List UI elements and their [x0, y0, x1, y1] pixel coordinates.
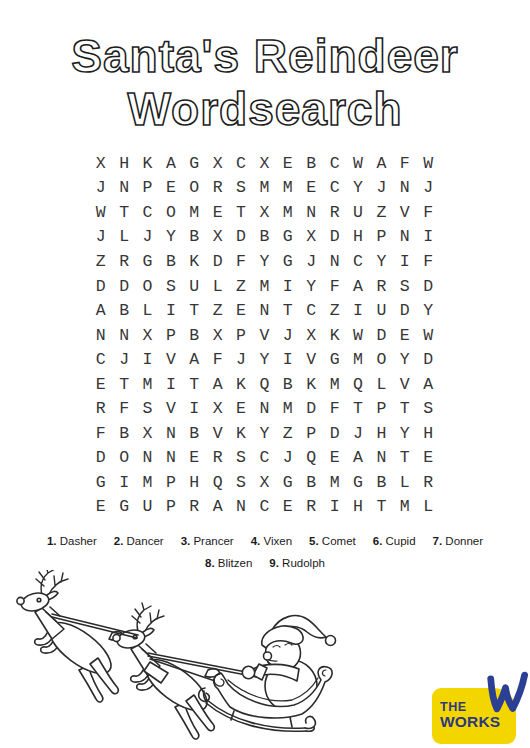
grid-cell[interactable]: K: [229, 421, 252, 446]
grid-cell[interactable]: C: [323, 151, 346, 176]
grid-cell[interactable]: W: [416, 151, 439, 176]
grid-cell[interactable]: Y: [393, 347, 416, 372]
grid-cell[interactable]: Y: [416, 298, 439, 323]
logo-text-the: THE: [440, 701, 467, 713]
grid-cell[interactable]: I: [393, 249, 416, 274]
grid-cell[interactable]: T: [183, 372, 206, 397]
grid-cell[interactable]: N: [112, 176, 135, 201]
grid-cell[interactable]: N: [253, 396, 276, 421]
grid-cell[interactable]: L: [206, 274, 229, 299]
grid-cell[interactable]: X: [300, 323, 323, 348]
word-list-line-1: 1. Dasher2. Dancer3. Prancer4. Vixen5. C…: [0, 535, 530, 547]
grid-cell[interactable]: S: [229, 446, 252, 471]
worksheet-page: Santa's Reindeer Wordsearch XHKAGXCXEBCW…: [0, 0, 530, 748]
grid-cell[interactable]: G: [276, 225, 299, 250]
logo-w-mark-icon: [482, 666, 530, 720]
grid-cell[interactable]: R: [416, 470, 439, 495]
grid-cell[interactable]: N: [393, 176, 416, 201]
grid-cell[interactable]: J: [276, 446, 299, 471]
grid-cell[interactable]: J: [416, 176, 439, 201]
grid-cell[interactable]: X: [253, 151, 276, 176]
grid-cell[interactable]: X: [206, 396, 229, 421]
grid-cell[interactable]: E: [183, 446, 206, 471]
word-list-line-2: 8. Blitzen9. Rudolph: [0, 557, 530, 569]
grid-cell[interactable]: S: [136, 396, 159, 421]
grid-cell[interactable]: B: [183, 323, 206, 348]
grid-cell[interactable]: V: [206, 421, 229, 446]
grid-cell[interactable]: J: [89, 176, 112, 201]
grid-cell[interactable]: B: [159, 249, 182, 274]
grid-cell[interactable]: V: [393, 200, 416, 225]
grid-cell[interactable]: Z: [229, 274, 252, 299]
grid-cell[interactable]: A: [370, 151, 393, 176]
grid-cell[interactable]: B: [183, 421, 206, 446]
grid-cell[interactable]: H: [416, 421, 439, 446]
word-entry: 7. Donner: [433, 535, 484, 547]
grid-cell[interactable]: I: [136, 347, 159, 372]
grid-cell[interactable]: H: [183, 470, 206, 495]
grid-cell[interactable]: A: [206, 495, 229, 520]
grid-cell[interactable]: H: [112, 151, 135, 176]
grid-cell[interactable]: N: [89, 323, 112, 348]
grid-cell[interactable]: R: [323, 200, 346, 225]
grid-cell[interactable]: D: [89, 446, 112, 471]
grid-cell[interactable]: U: [136, 495, 159, 520]
grid-cell[interactable]: Y: [253, 421, 276, 446]
grid-cell[interactable]: X: [300, 225, 323, 250]
grid-cell[interactable]: S: [229, 176, 252, 201]
grid-cell[interactable]: G: [183, 151, 206, 176]
grid-cell[interactable]: V: [300, 347, 323, 372]
grid-cell[interactable]: R: [300, 495, 323, 520]
grid-cell[interactable]: N: [393, 225, 416, 250]
page-title-line-1: Santa's Reindeer: [0, 30, 530, 83]
grid-cell[interactable]: A: [206, 372, 229, 397]
grid-cell[interactable]: F: [416, 249, 439, 274]
grid-cell[interactable]: H: [346, 225, 369, 250]
grid-cell[interactable]: K: [300, 372, 323, 397]
grid-cell[interactable]: Y: [159, 225, 182, 250]
grid-cell[interactable]: Q: [346, 372, 369, 397]
grid-cell[interactable]: T: [112, 200, 135, 225]
grid-cell[interactable]: Z: [206, 298, 229, 323]
grid-cell[interactable]: L: [136, 298, 159, 323]
grid-cell[interactable]: Z: [323, 298, 346, 323]
grid-cell[interactable]: G: [89, 470, 112, 495]
grid-cell[interactable]: I: [346, 298, 369, 323]
grid-cell[interactable]: N: [159, 446, 182, 471]
grid-cell[interactable]: Z: [370, 200, 393, 225]
grid-cell[interactable]: D: [393, 298, 416, 323]
the-works-logo: THE WORKS: [432, 668, 528, 748]
grid-cell[interactable]: L: [112, 225, 135, 250]
santa-sleigh-illustration: [0, 570, 420, 748]
grid-cell[interactable]: J: [136, 225, 159, 250]
grid-cell[interactable]: E: [300, 176, 323, 201]
grid-cell[interactable]: V: [393, 372, 416, 397]
grid-cell[interactable]: I: [276, 347, 299, 372]
grid-cell[interactable]: P: [159, 470, 182, 495]
grid-cell[interactable]: X: [206, 225, 229, 250]
grid-cell[interactable]: E: [89, 372, 112, 397]
grid-cell[interactable]: E: [159, 176, 182, 201]
grid-cell[interactable]: B: [370, 470, 393, 495]
grid-cell[interactable]: I: [276, 274, 299, 299]
grid-cell[interactable]: D: [416, 347, 439, 372]
grid-cell[interactable]: O: [136, 274, 159, 299]
wordsearch-grid: XHKAGXCXEBCWAFWJNPEORSMMECYJNJWTCOMETXMN…: [89, 151, 440, 519]
grid-cell[interactable]: U: [183, 274, 206, 299]
grid-cell[interactable]: V: [253, 323, 276, 348]
grid-cell[interactable]: P: [370, 396, 393, 421]
grid-cell[interactable]: C: [253, 495, 276, 520]
grid-cell[interactable]: D: [229, 225, 252, 250]
grid-cell[interactable]: C: [229, 151, 252, 176]
grid-cell[interactable]: X: [206, 323, 229, 348]
grid-cell[interactable]: T: [183, 298, 206, 323]
grid-cell[interactable]: B: [183, 225, 206, 250]
grid-cell[interactable]: W: [416, 323, 439, 348]
grid-cell[interactable]: S: [229, 470, 252, 495]
grid-cell[interactable]: R: [112, 249, 135, 274]
grid-cell[interactable]: M: [323, 470, 346, 495]
grid-cell[interactable]: G: [323, 347, 346, 372]
grid-cell[interactable]: N: [300, 200, 323, 225]
grid-cell[interactable]: B: [253, 225, 276, 250]
grid-cell[interactable]: H: [370, 421, 393, 446]
grid-cell[interactable]: J: [300, 249, 323, 274]
grid-cell[interactable]: M: [183, 200, 206, 225]
grid-cell[interactable]: A: [346, 446, 369, 471]
grid-cell[interactable]: M: [253, 176, 276, 201]
grid-cell[interactable]: E: [229, 298, 252, 323]
grid-cell[interactable]: A: [89, 298, 112, 323]
grid-cell[interactable]: I: [112, 470, 135, 495]
grid-cell[interactable]: C: [323, 176, 346, 201]
grid-cell[interactable]: N: [370, 446, 393, 471]
grid-cell[interactable]: Y: [253, 347, 276, 372]
grid-cell[interactable]: F: [323, 396, 346, 421]
grid-cell[interactable]: V: [159, 347, 182, 372]
grid-cell[interactable]: A: [416, 372, 439, 397]
grid-cell[interactable]: N: [112, 323, 135, 348]
grid-cell[interactable]: B: [300, 151, 323, 176]
grid-cell[interactable]: F: [323, 274, 346, 299]
grid-cell[interactable]: M: [136, 470, 159, 495]
grid-cell[interactable]: Z: [276, 421, 299, 446]
grid-cell[interactable]: R: [89, 396, 112, 421]
grid-cell[interactable]: I: [159, 298, 182, 323]
grid-cell[interactable]: O: [370, 347, 393, 372]
grid-cell[interactable]: X: [206, 151, 229, 176]
grid-cell[interactable]: K: [229, 372, 252, 397]
grid-cell[interactable]: T: [276, 298, 299, 323]
grid-cell[interactable]: T: [346, 396, 369, 421]
grid-cell[interactable]: O: [112, 446, 135, 471]
word-entry: 6. Cupid: [373, 535, 416, 547]
grid-cell[interactable]: P: [159, 495, 182, 520]
grid-cell[interactable]: D: [206, 249, 229, 274]
grid-cell[interactable]: N: [253, 298, 276, 323]
grid-cell[interactable]: U: [346, 200, 369, 225]
grid-cell[interactable]: B: [300, 470, 323, 495]
grid-cell[interactable]: M: [276, 200, 299, 225]
grid-cell[interactable]: D: [89, 274, 112, 299]
grid-cell[interactable]: W: [346, 151, 369, 176]
grid-cell[interactable]: A: [159, 151, 182, 176]
grid-cell[interactable]: X: [136, 323, 159, 348]
grid-cell[interactable]: I: [416, 225, 439, 250]
grid-cell[interactable]: F: [229, 249, 252, 274]
grid-cell[interactable]: B: [276, 372, 299, 397]
grid-cell[interactable]: X: [89, 151, 112, 176]
word-entry: 9. Rudolph: [269, 557, 325, 569]
grid-cell[interactable]: E: [229, 396, 252, 421]
grid-cell[interactable]: P: [370, 225, 393, 250]
grid-cell[interactable]: E: [276, 151, 299, 176]
grid-cell[interactable]: U: [370, 298, 393, 323]
grid-cell[interactable]: E: [89, 495, 112, 520]
grid-cell[interactable]: H: [346, 495, 369, 520]
grid-cell[interactable]: Y: [393, 421, 416, 446]
grid-cell[interactable]: N: [229, 495, 252, 520]
grid-cell[interactable]: D: [416, 274, 439, 299]
grid-cell[interactable]: D: [112, 274, 135, 299]
grid-cell[interactable]: Y: [370, 249, 393, 274]
grid-cell[interactable]: F: [89, 421, 112, 446]
grid-cell[interactable]: F: [206, 347, 229, 372]
grid-cell[interactable]: Y: [346, 176, 369, 201]
grid-cell[interactable]: G: [276, 470, 299, 495]
grid-cell[interactable]: N: [159, 421, 182, 446]
grid-cell[interactable]: K: [136, 151, 159, 176]
grid-cell[interactable]: O: [183, 176, 206, 201]
grid-cell[interactable]: P: [159, 323, 182, 348]
grid-cell[interactable]: Y: [253, 249, 276, 274]
grid-cell[interactable]: R: [370, 274, 393, 299]
grid-cell[interactable]: I: [183, 396, 206, 421]
grid-cell[interactable]: E: [323, 446, 346, 471]
grid-cell[interactable]: E: [206, 200, 229, 225]
grid-cell[interactable]: A: [346, 274, 369, 299]
grid-cell[interactable]: Q: [206, 470, 229, 495]
grid-cell[interactable]: R: [183, 495, 206, 520]
grid-cell[interactable]: M: [346, 347, 369, 372]
grid-cell[interactable]: Z: [89, 249, 112, 274]
grid-cell[interactable]: L: [416, 495, 439, 520]
grid-cell[interactable]: R: [206, 446, 229, 471]
grid-cell[interactable]: F: [416, 200, 439, 225]
grid-cell[interactable]: S: [416, 396, 439, 421]
grid-cell[interactable]: J: [346, 421, 369, 446]
grid-cell[interactable]: X: [136, 421, 159, 446]
page-title-line-2: Wordsearch: [0, 83, 530, 136]
grid-cell[interactable]: I: [159, 372, 182, 397]
grid-cell[interactable]: N: [323, 249, 346, 274]
grid-cell[interactable]: M: [393, 495, 416, 520]
grid-cell[interactable]: G: [136, 249, 159, 274]
grid-cell[interactable]: D: [300, 396, 323, 421]
grid-cell[interactable]: I: [323, 495, 346, 520]
grid-cell[interactable]: W: [89, 200, 112, 225]
word-entry: 4. Vixen: [251, 535, 292, 547]
grid-cell[interactable]: C: [346, 249, 369, 274]
word-entry: 2. Dancer: [114, 535, 164, 547]
grid-cell[interactable]: T: [393, 396, 416, 421]
grid-cell[interactable]: L: [393, 470, 416, 495]
grid-cell[interactable]: T: [370, 495, 393, 520]
grid-cell[interactable]: C: [300, 298, 323, 323]
grid-cell[interactable]: P: [136, 176, 159, 201]
grid-cell[interactable]: B: [112, 421, 135, 446]
grid-cell[interactable]: G: [346, 470, 369, 495]
grid-cell[interactable]: L: [370, 372, 393, 397]
grid-cell[interactable]: M: [253, 274, 276, 299]
grid-cell[interactable]: T: [393, 446, 416, 471]
grid-cell[interactable]: N: [136, 446, 159, 471]
grid-cell[interactable]: E: [276, 495, 299, 520]
word-entry: 5. Comet: [309, 535, 356, 547]
grid-cell[interactable]: R: [206, 176, 229, 201]
grid-cell[interactable]: K: [183, 249, 206, 274]
grid-cell[interactable]: K: [323, 323, 346, 348]
grid-cell[interactable]: M: [136, 372, 159, 397]
grid-cell[interactable]: E: [416, 446, 439, 471]
grid-cell[interactable]: G: [276, 249, 299, 274]
grid-cell[interactable]: M: [276, 396, 299, 421]
grid-cell[interactable]: V: [159, 396, 182, 421]
grid-cell[interactable]: J: [276, 323, 299, 348]
grid-cell[interactable]: J: [112, 347, 135, 372]
grid-cell[interactable]: D: [370, 323, 393, 348]
grid-cell[interactable]: S: [393, 274, 416, 299]
grid-cell[interactable]: W: [346, 323, 369, 348]
grid-cell[interactable]: M: [323, 372, 346, 397]
grid-cell[interactable]: G: [112, 495, 135, 520]
grid-cell[interactable]: J: [370, 176, 393, 201]
grid-cell[interactable]: X: [253, 200, 276, 225]
grid-cell[interactable]: J: [89, 225, 112, 250]
grid-cell[interactable]: O: [159, 200, 182, 225]
grid-cell[interactable]: J: [229, 347, 252, 372]
grid-cell[interactable]: X: [253, 470, 276, 495]
grid-cell[interactable]: C: [253, 446, 276, 471]
page-title: Santa's Reindeer Wordsearch: [0, 30, 530, 136]
grid-cell[interactable]: D: [323, 421, 346, 446]
grid-cell[interactable]: Y: [300, 274, 323, 299]
grid-cell[interactable]: E: [393, 323, 416, 348]
grid-cell[interactable]: T: [112, 372, 135, 397]
grid-cell[interactable]: P: [229, 323, 252, 348]
grid-cell[interactable]: S: [159, 274, 182, 299]
grid-cell[interactable]: Q: [253, 372, 276, 397]
grid-cell[interactable]: C: [89, 347, 112, 372]
grid-cell[interactable]: C: [136, 200, 159, 225]
grid-cell[interactable]: B: [112, 298, 135, 323]
word-entry: 3. Prancer: [181, 535, 234, 547]
word-entry: 1. Dasher: [47, 535, 97, 547]
grid-cell[interactable]: Q: [300, 446, 323, 471]
word-entry: 8. Blitzen: [205, 557, 252, 569]
grid-cell[interactable]: A: [183, 347, 206, 372]
grid-cell[interactable]: D: [323, 225, 346, 250]
grid-cell[interactable]: P: [300, 421, 323, 446]
grid-cell[interactable]: F: [393, 151, 416, 176]
grid-cell[interactable]: M: [276, 176, 299, 201]
grid-cell[interactable]: F: [112, 396, 135, 421]
grid-cell[interactable]: T: [229, 200, 252, 225]
